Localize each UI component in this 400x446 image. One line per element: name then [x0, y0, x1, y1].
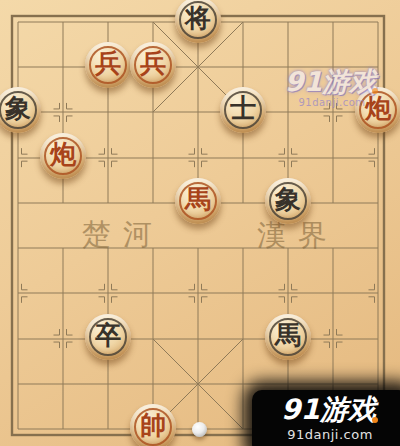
black-soldier[interactable]: 卒	[85, 314, 131, 360]
black-general-glyph: 将	[185, 6, 211, 32]
black-horse[interactable]: 馬	[265, 314, 311, 360]
red-soldier-1[interactable]: 兵	[85, 42, 131, 88]
black-elephant-1-glyph: 象	[5, 96, 31, 122]
red-cannon-1[interactable]: 炮	[355, 87, 400, 133]
red-general[interactable]: 帥	[130, 404, 176, 446]
xiangqi-board[interactable]: 楚河 漢界 将兵兵象士炮炮馬象卒馬帥 91游戏 91danji.com 91游戏…	[0, 0, 400, 446]
red-horse-glyph: 馬	[185, 187, 211, 213]
black-elephant-2[interactable]: 象	[265, 178, 311, 224]
red-soldier-2[interactable]: 兵	[130, 42, 176, 88]
black-elephant-2-glyph: 象	[275, 187, 301, 213]
red-soldier-2-glyph: 兵	[140, 51, 166, 77]
black-advisor-glyph: 士	[230, 96, 256, 122]
red-soldier-1-glyph: 兵	[95, 51, 121, 77]
river-label-chu-he: 楚河	[82, 215, 164, 255]
black-horse-glyph: 馬	[275, 323, 301, 349]
black-soldier-glyph: 卒	[95, 323, 121, 349]
red-cannon-1-glyph: 炮	[365, 96, 391, 122]
red-general-glyph: 帥	[140, 413, 166, 439]
red-horse[interactable]: 馬	[175, 178, 221, 224]
white-marble	[192, 422, 207, 437]
red-cannon-2[interactable]: 炮	[40, 133, 86, 179]
river-label-han-jie: 漢界	[257, 216, 339, 256]
red-cannon-2-glyph: 炮	[50, 142, 76, 168]
